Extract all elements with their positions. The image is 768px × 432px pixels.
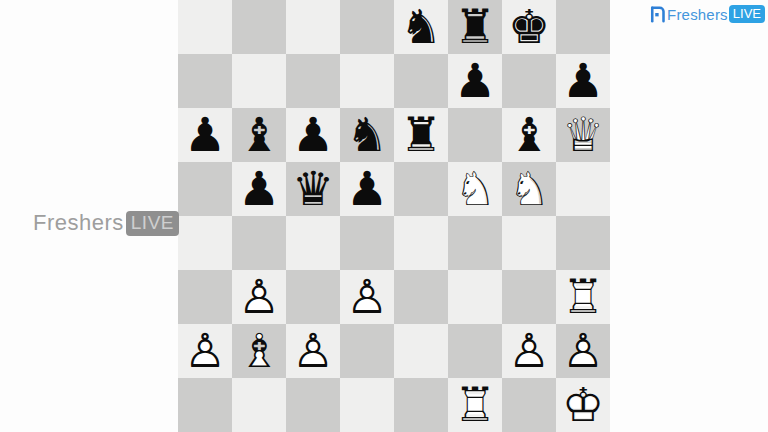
square-h6: ♛♕ [556, 108, 610, 162]
watermark-brand-text: Freshers [33, 210, 124, 236]
white-rook-h3: ♜♖ [556, 270, 610, 324]
square-c7 [286, 54, 340, 108]
page: ♞♜♚♟♟♟♝♟♞♜♝♛♕♟♛♟♞♘♞♘♟♙♟♙♜♖♟♙♝♗♟♙♟♙♟♙♜♖♚♔… [0, 0, 768, 432]
white-bishop-b2: ♝♗ [232, 324, 286, 378]
square-b4 [232, 216, 286, 270]
square-g7 [502, 54, 556, 108]
square-b1 [232, 378, 286, 432]
square-a7 [178, 54, 232, 108]
white-pawn-h2: ♟♙ [556, 324, 610, 378]
square-g2: ♟♙ [502, 324, 556, 378]
black-queen-c5: ♛ [286, 162, 340, 216]
white-pawn-g2: ♟♙ [502, 324, 556, 378]
square-e8: ♞ [394, 0, 448, 54]
black-knight-e8: ♞ [394, 0, 448, 54]
square-f2 [448, 324, 502, 378]
square-e1 [394, 378, 448, 432]
square-b6: ♝ [232, 108, 286, 162]
square-b5: ♟ [232, 162, 286, 216]
square-d3: ♟♙ [340, 270, 394, 324]
white-knight-f5: ♞♘ [448, 162, 502, 216]
square-e2 [394, 324, 448, 378]
square-f6 [448, 108, 502, 162]
square-c2: ♟♙ [286, 324, 340, 378]
square-e3 [394, 270, 448, 324]
square-d4 [340, 216, 394, 270]
square-g3 [502, 270, 556, 324]
black-pawn-c6: ♟ [286, 108, 340, 162]
square-d1 [340, 378, 394, 432]
square-e7 [394, 54, 448, 108]
white-knight-g5: ♞♘ [502, 162, 556, 216]
square-c3 [286, 270, 340, 324]
white-pawn-a2: ♟♙ [178, 324, 232, 378]
square-e6: ♜ [394, 108, 448, 162]
square-b3: ♟♙ [232, 270, 286, 324]
square-f8: ♜ [448, 0, 502, 54]
white-rook-f1: ♜♖ [448, 378, 502, 432]
square-c6: ♟ [286, 108, 340, 162]
square-g8: ♚ [502, 0, 556, 54]
white-pawn-c2: ♟♙ [286, 324, 340, 378]
black-king-g8: ♚ [502, 0, 556, 54]
black-pawn-d5: ♟ [340, 162, 394, 216]
black-pawn-f7: ♟ [448, 54, 502, 108]
square-c5: ♛ [286, 162, 340, 216]
black-bishop-g6: ♝ [502, 108, 556, 162]
square-f1: ♜♖ [448, 378, 502, 432]
fresherslive-logo: Freshers LIVE [650, 5, 765, 23]
logo-brand-text: Freshers [667, 6, 728, 23]
square-h5 [556, 162, 610, 216]
square-c4 [286, 216, 340, 270]
square-h7: ♟ [556, 54, 610, 108]
square-c1 [286, 378, 340, 432]
square-f4 [448, 216, 502, 270]
square-a6: ♟ [178, 108, 232, 162]
white-king-h1: ♚♔ [556, 378, 610, 432]
black-pawn-b5: ♟ [232, 162, 286, 216]
square-b8 [232, 0, 286, 54]
square-f5: ♞♘ [448, 162, 502, 216]
square-b2: ♝♗ [232, 324, 286, 378]
square-a5 [178, 162, 232, 216]
white-queen-h6: ♛♕ [556, 108, 610, 162]
square-a2: ♟♙ [178, 324, 232, 378]
chess-board: ♞♜♚♟♟♟♝♟♞♜♝♛♕♟♛♟♞♘♞♘♟♙♟♙♜♖♟♙♝♗♟♙♟♙♟♙♜♖♚♔ [178, 0, 610, 432]
square-d7 [340, 54, 394, 108]
square-h2: ♟♙ [556, 324, 610, 378]
white-pawn-b3: ♟♙ [232, 270, 286, 324]
square-c8 [286, 0, 340, 54]
logo-live-badge: LIVE [729, 5, 765, 23]
white-pawn-d3: ♟♙ [340, 270, 394, 324]
square-g5: ♞♘ [502, 162, 556, 216]
black-knight-d6: ♞ [340, 108, 394, 162]
watermark-live-badge: LIVE [126, 211, 179, 236]
black-pawn-a6: ♟ [178, 108, 232, 162]
square-f3 [448, 270, 502, 324]
square-a3 [178, 270, 232, 324]
watermark: Freshers LIVE [33, 210, 179, 236]
square-g4 [502, 216, 556, 270]
square-e4 [394, 216, 448, 270]
square-h4 [556, 216, 610, 270]
square-a1 [178, 378, 232, 432]
square-e5 [394, 162, 448, 216]
square-b7 [232, 54, 286, 108]
square-a8 [178, 0, 232, 54]
black-pawn-h7: ♟ [556, 54, 610, 108]
square-d6: ♞ [340, 108, 394, 162]
black-rook-f8: ♜ [448, 0, 502, 54]
fresherslive-icon [650, 6, 665, 23]
square-d2 [340, 324, 394, 378]
square-g1 [502, 378, 556, 432]
square-h3: ♜♖ [556, 270, 610, 324]
black-rook-e6: ♜ [394, 108, 448, 162]
square-d8 [340, 0, 394, 54]
square-h8 [556, 0, 610, 54]
black-bishop-b6: ♝ [232, 108, 286, 162]
square-f7: ♟ [448, 54, 502, 108]
square-d5: ♟ [340, 162, 394, 216]
square-a4 [178, 216, 232, 270]
square-g6: ♝ [502, 108, 556, 162]
square-h1: ♚♔ [556, 378, 610, 432]
